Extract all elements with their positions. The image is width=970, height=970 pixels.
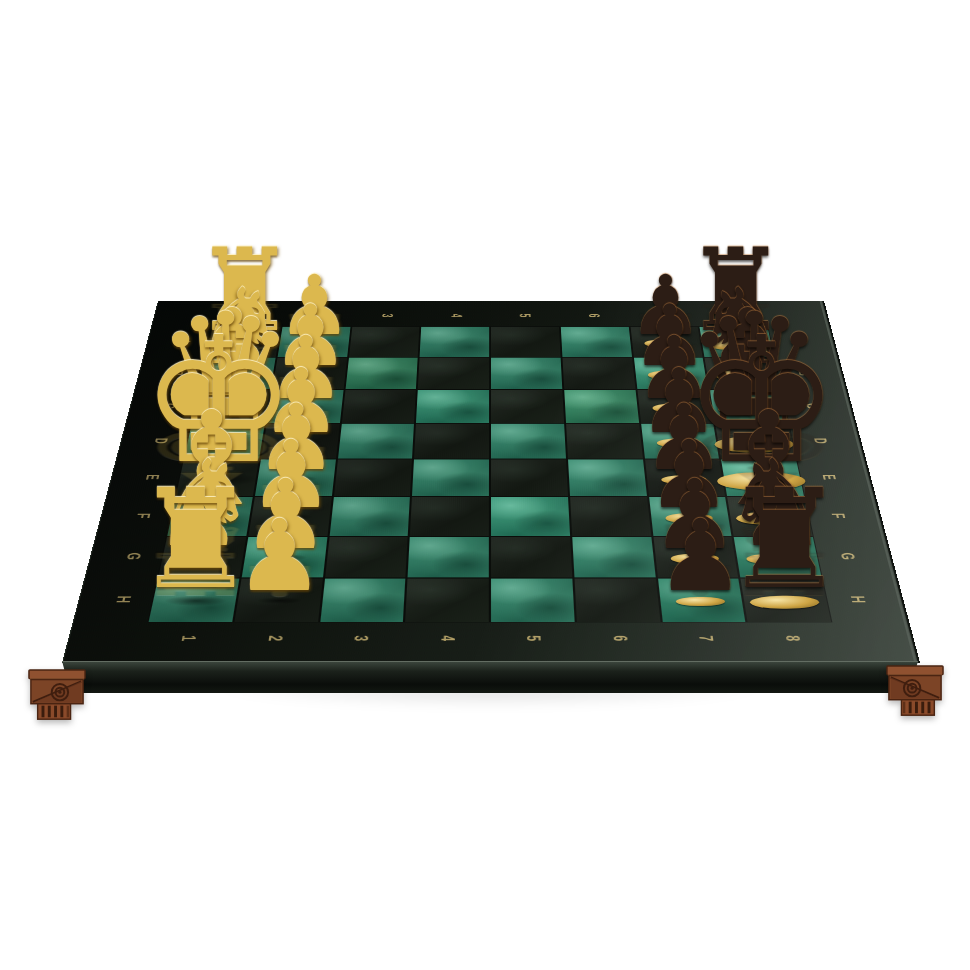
square-h4[interactable] xyxy=(405,579,488,622)
square-a4[interactable] xyxy=(420,327,489,357)
square-f4[interactable] xyxy=(410,497,489,536)
rank-label-front-2: 2 xyxy=(263,635,286,641)
piece-black-pawn-h7[interactable]: ♟ xyxy=(656,507,745,606)
square-d3[interactable] xyxy=(338,424,415,459)
square-a6[interactable] xyxy=(561,327,632,357)
square-h5[interactable] xyxy=(491,579,574,622)
rank-label-front-1: 1 xyxy=(176,635,200,641)
square-b3[interactable] xyxy=(345,357,418,388)
square-a5[interactable] xyxy=(491,327,560,357)
square-h3[interactable] xyxy=(320,579,406,622)
file-label-left-h: H xyxy=(111,596,135,604)
scroll-leg-icon xyxy=(28,668,86,724)
rank-label-back-5: 5 xyxy=(515,314,533,318)
square-b5[interactable] xyxy=(491,357,562,388)
rank-label-back-3: 3 xyxy=(378,314,396,318)
rank-label-back-6: 6 xyxy=(584,314,602,318)
square-b4[interactable] xyxy=(418,357,489,388)
square-f3[interactable] xyxy=(329,497,410,536)
square-e4[interactable] xyxy=(412,459,489,496)
square-d5[interactable] xyxy=(491,424,566,459)
square-c6[interactable] xyxy=(564,390,639,423)
square-g3[interactable] xyxy=(325,537,408,578)
square-b6[interactable] xyxy=(562,357,635,388)
square-e5[interactable] xyxy=(491,459,568,496)
rank-label-front-5: 5 xyxy=(522,635,545,641)
square-g4[interactable] xyxy=(408,537,489,578)
rank-label-front-4: 4 xyxy=(435,635,458,641)
scroll-leg-icon xyxy=(886,664,944,720)
rank-label-back-4: 4 xyxy=(447,314,465,318)
pawn-glyph: ♟ xyxy=(656,498,745,613)
file-label-right-h: H xyxy=(845,596,869,604)
square-e6[interactable] xyxy=(568,459,647,496)
front-left-leg xyxy=(28,668,86,724)
square-f5[interactable] xyxy=(491,497,570,536)
square-d4[interactable] xyxy=(414,424,489,459)
square-d6[interactable] xyxy=(566,424,643,459)
chess-set-scene: AABBCCDDEEFFGGHH1122334455667788 xyxy=(0,0,970,970)
rook-glyph: ♜ xyxy=(134,458,257,618)
square-g6[interactable] xyxy=(572,537,655,578)
square-c5[interactable] xyxy=(491,390,564,423)
rank-label-front-6: 6 xyxy=(608,635,631,641)
square-e3[interactable] xyxy=(333,459,412,496)
square-g5[interactable] xyxy=(491,537,572,578)
square-f6[interactable] xyxy=(570,497,651,536)
rank-label-front-7: 7 xyxy=(694,635,717,641)
front-right-leg xyxy=(886,664,944,720)
piece-white-rook-h1[interactable]: ♜ xyxy=(134,470,257,607)
rank-label-front-8: 8 xyxy=(780,635,804,641)
square-a3[interactable] xyxy=(349,327,420,357)
square-c3[interactable] xyxy=(341,390,416,423)
square-h6[interactable] xyxy=(574,579,660,622)
square-c4[interactable] xyxy=(416,390,489,423)
rank-label-front-3: 3 xyxy=(349,635,372,641)
board-front-edge xyxy=(62,661,918,693)
